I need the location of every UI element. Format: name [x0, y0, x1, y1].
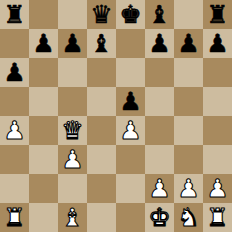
black-pawn-icon[interactable]: ♟ — [3, 58, 25, 87]
square-a8[interactable]: ♜ — [0, 0, 29, 29]
square-g1[interactable]: ♞ — [174, 203, 203, 232]
black-pawn-icon[interactable]: ♟ — [206, 29, 228, 58]
square-b3[interactable] — [29, 145, 58, 174]
square-e1[interactable] — [116, 203, 145, 232]
square-f1[interactable]: ♚ — [145, 203, 174, 232]
square-a5[interactable] — [0, 87, 29, 116]
square-h6[interactable] — [203, 58, 232, 87]
square-g7[interactable]: ♟ — [174, 29, 203, 58]
square-d3[interactable] — [87, 145, 116, 174]
black-pawn-icon[interactable]: ♟ — [177, 29, 199, 58]
black-bishop-icon[interactable]: ♝ — [90, 29, 112, 58]
square-a6[interactable]: ♟ — [0, 58, 29, 87]
black-rook-icon[interactable]: ♜ — [206, 0, 228, 29]
square-h8[interactable]: ♜ — [203, 0, 232, 29]
black-king-icon[interactable]: ♚ — [119, 0, 141, 29]
white-rook-icon[interactable]: ♜ — [3, 203, 25, 232]
white-knight-icon[interactable]: ♞ — [177, 203, 199, 232]
square-e7[interactable] — [116, 29, 145, 58]
white-bishop-icon[interactable]: ♝ — [61, 203, 83, 232]
black-pawn-icon[interactable]: ♟ — [119, 87, 141, 116]
square-b4[interactable] — [29, 116, 58, 145]
square-c7[interactable]: ♟ — [58, 29, 87, 58]
square-d2[interactable] — [87, 174, 116, 203]
square-f7[interactable]: ♟ — [145, 29, 174, 58]
white-pawn-icon[interactable]: ♟ — [177, 174, 199, 203]
square-f6[interactable] — [145, 58, 174, 87]
square-h7[interactable]: ♟ — [203, 29, 232, 58]
square-c1[interactable]: ♝ — [58, 203, 87, 232]
square-g3[interactable] — [174, 145, 203, 174]
square-f8[interactable]: ♝ — [145, 0, 174, 29]
white-pawn-icon[interactable]: ♟ — [148, 174, 170, 203]
square-g8[interactable] — [174, 0, 203, 29]
square-h5[interactable] — [203, 87, 232, 116]
square-b2[interactable] — [29, 174, 58, 203]
black-queen-icon[interactable]: ♛ — [90, 0, 112, 29]
square-f2[interactable]: ♟ — [145, 174, 174, 203]
square-c3[interactable]: ♟ — [58, 145, 87, 174]
square-a1[interactable]: ♜ — [0, 203, 29, 232]
square-e2[interactable] — [116, 174, 145, 203]
square-g4[interactable] — [174, 116, 203, 145]
black-pawn-icon[interactable]: ♟ — [148, 29, 170, 58]
square-c4[interactable]: ♛ — [58, 116, 87, 145]
square-g6[interactable] — [174, 58, 203, 87]
square-b5[interactable] — [29, 87, 58, 116]
black-rook-icon[interactable]: ♜ — [3, 0, 25, 29]
white-pawn-icon[interactable]: ♟ — [61, 145, 83, 174]
square-d4[interactable] — [87, 116, 116, 145]
white-pawn-icon[interactable]: ♟ — [206, 174, 228, 203]
square-e4[interactable]: ♟ — [116, 116, 145, 145]
square-f5[interactable] — [145, 87, 174, 116]
square-d6[interactable] — [87, 58, 116, 87]
chess-board: ♜♛♚♝♜♟♟♝♟♟♟♟♟♟♛♟♟♟♟♟♜♝♚♞♜ — [0, 0, 232, 232]
square-e8[interactable]: ♚ — [116, 0, 145, 29]
square-c6[interactable] — [58, 58, 87, 87]
white-queen-icon[interactable]: ♛ — [61, 116, 83, 145]
black-bishop-icon[interactable]: ♝ — [148, 0, 170, 29]
square-h2[interactable]: ♟ — [203, 174, 232, 203]
square-d8[interactable]: ♛ — [87, 0, 116, 29]
square-b7[interactable]: ♟ — [29, 29, 58, 58]
square-e6[interactable] — [116, 58, 145, 87]
white-pawn-icon[interactable]: ♟ — [3, 116, 25, 145]
square-e5[interactable]: ♟ — [116, 87, 145, 116]
square-b1[interactable] — [29, 203, 58, 232]
square-b8[interactable] — [29, 0, 58, 29]
square-c5[interactable] — [58, 87, 87, 116]
square-c8[interactable] — [58, 0, 87, 29]
white-king-icon[interactable]: ♚ — [148, 203, 170, 232]
square-f4[interactable] — [145, 116, 174, 145]
white-pawn-icon[interactable]: ♟ — [119, 116, 141, 145]
square-e3[interactable] — [116, 145, 145, 174]
square-g5[interactable] — [174, 87, 203, 116]
white-rook-icon[interactable]: ♜ — [206, 203, 228, 232]
black-pawn-icon[interactable]: ♟ — [61, 29, 83, 58]
square-h1[interactable]: ♜ — [203, 203, 232, 232]
square-d5[interactable] — [87, 87, 116, 116]
square-a7[interactable] — [0, 29, 29, 58]
square-a3[interactable] — [0, 145, 29, 174]
square-d7[interactable]: ♝ — [87, 29, 116, 58]
square-h3[interactable] — [203, 145, 232, 174]
square-b6[interactable] — [29, 58, 58, 87]
black-pawn-icon[interactable]: ♟ — [32, 29, 54, 58]
square-h4[interactable] — [203, 116, 232, 145]
square-f3[interactable] — [145, 145, 174, 174]
square-g2[interactable]: ♟ — [174, 174, 203, 203]
square-a2[interactable] — [0, 174, 29, 203]
square-d1[interactable] — [87, 203, 116, 232]
square-c2[interactable] — [58, 174, 87, 203]
square-a4[interactable]: ♟ — [0, 116, 29, 145]
